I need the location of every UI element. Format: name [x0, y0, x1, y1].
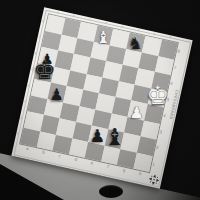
- chess-board: ♝♞♟♚♚♟♟♟♝ abcdefgh abcdefgh 87654321 876…: [11, 7, 192, 188]
- chessboard-photo: ♝♞♟♚♚♟♟♟♝ abcdefgh abcdefgh 87654321 876…: [0, 0, 200, 200]
- board-brand-text: CHESSBOARD: [168, 90, 178, 120]
- square-h1: [133, 152, 153, 172]
- board-grid: ♝♞♟♚♚♟♟♟♝: [20, 15, 177, 172]
- compass-rose-logo-icon: [147, 173, 160, 186]
- background-object: [99, 185, 123, 198]
- rotated-photo-layer: ♝♞♟♚♚♟♟♟♝ abcdefgh abcdefgh 87654321 876…: [0, 0, 200, 200]
